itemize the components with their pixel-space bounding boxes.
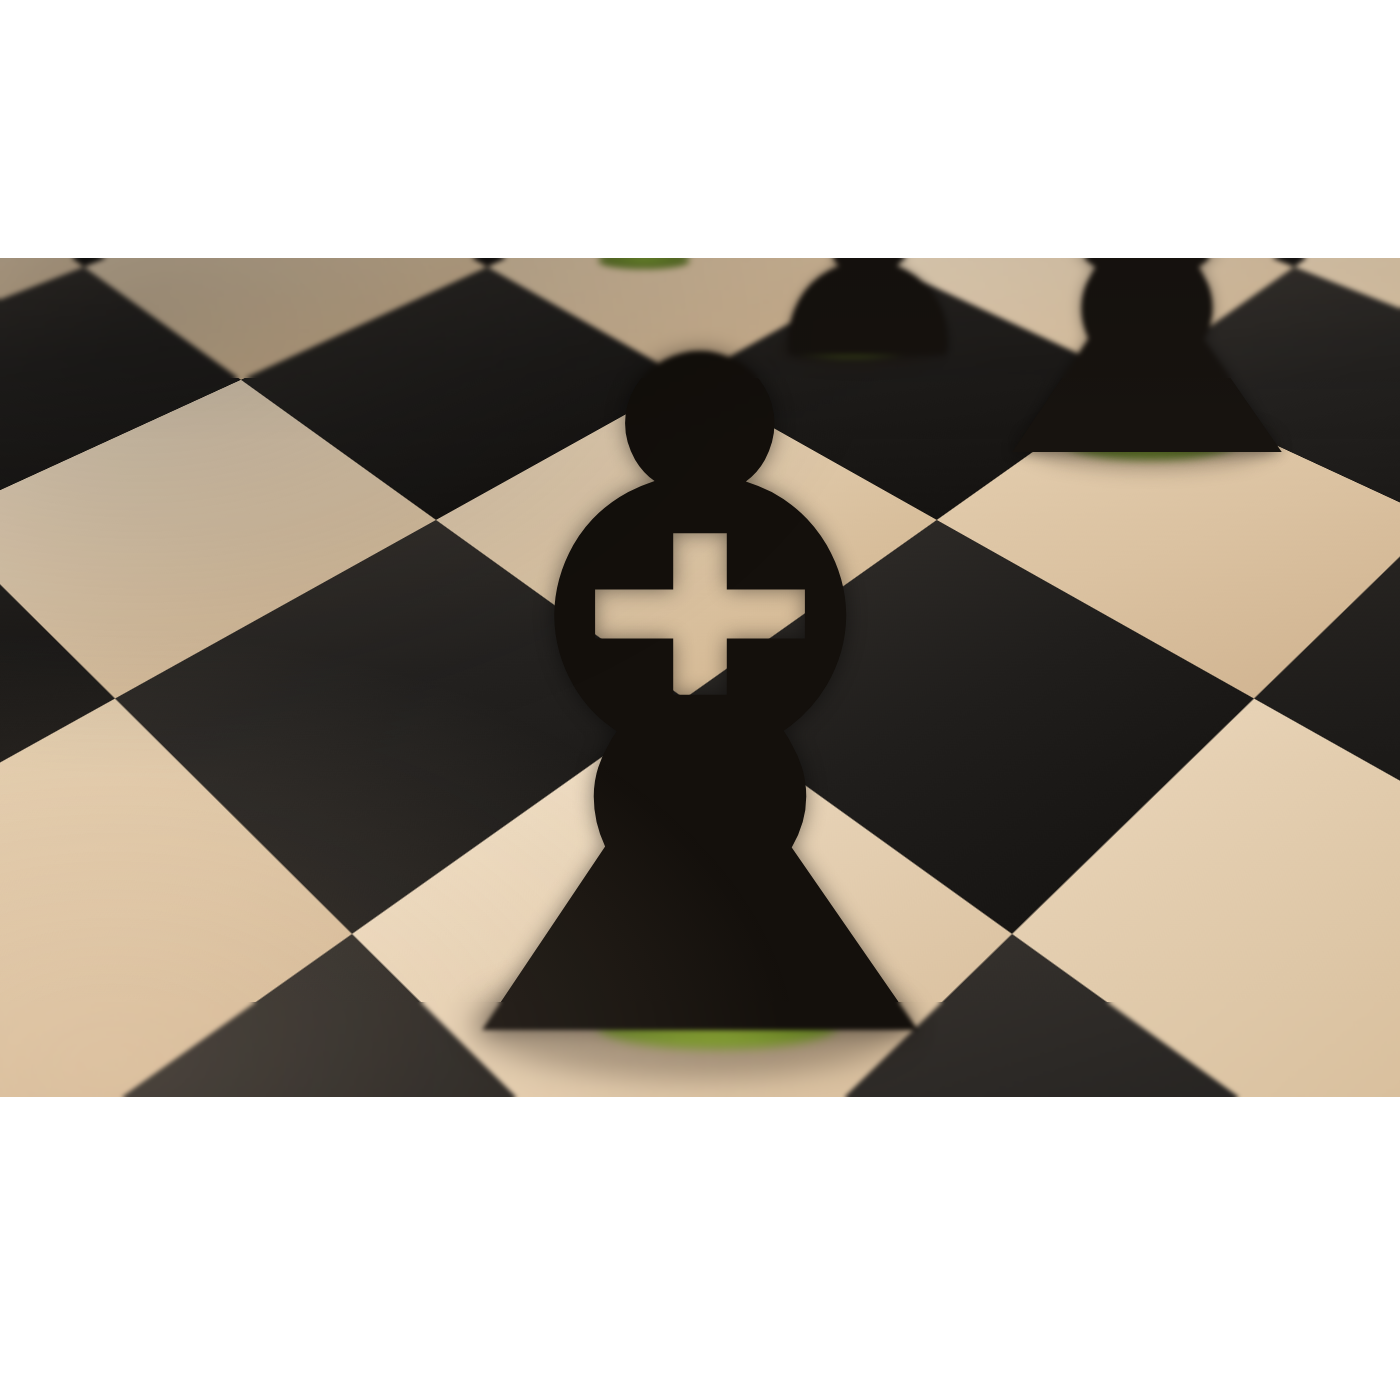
- bottom-white-band: [0, 1097, 1400, 1400]
- chessboard-photo: ♝♝♟: [0, 258, 1400, 1097]
- top-white-band: [0, 0, 1400, 258]
- page-background: ♝♝♟: [0, 0, 1400, 1400]
- black-pawn-top-cutoff: ♟: [749, 258, 987, 395]
